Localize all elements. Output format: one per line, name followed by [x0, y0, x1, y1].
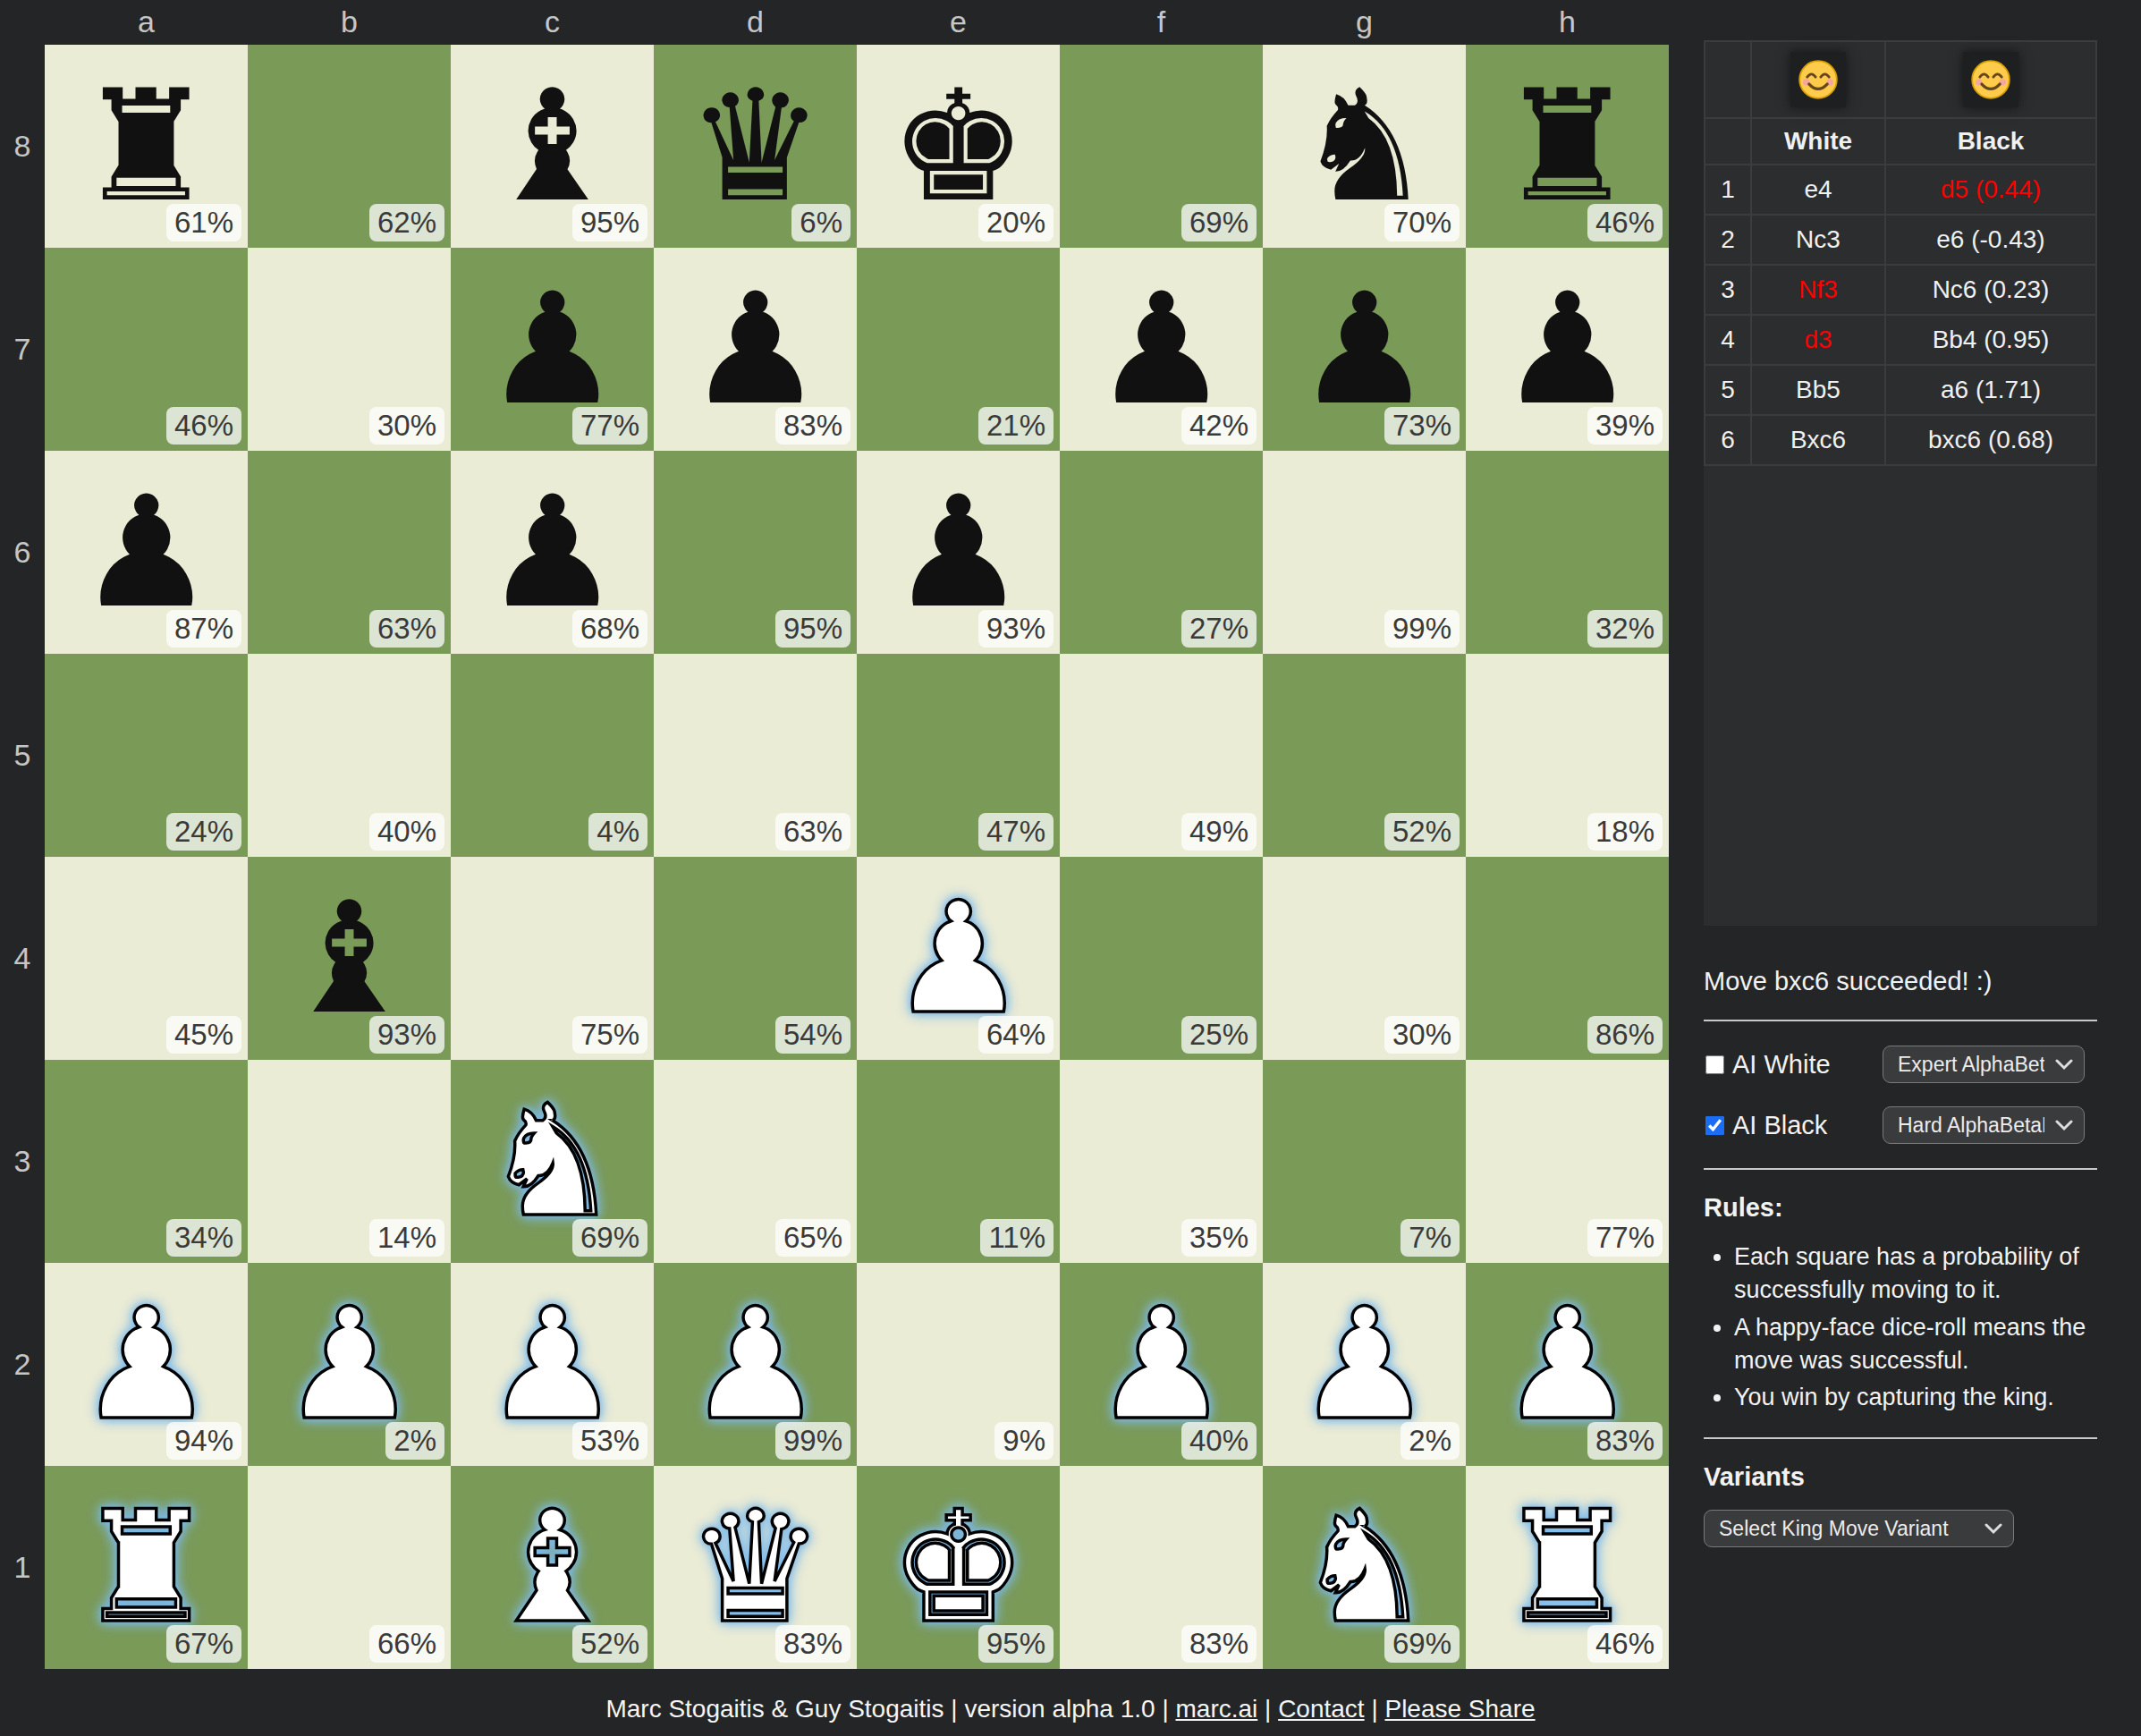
side-panel: White Black 1e4d5 (0.44)2Nc3e6 (-0.43)3N… [1704, 40, 2097, 1547]
square-a5[interactable]: 24% [45, 654, 248, 857]
probability-chip-h7: 39% [1587, 407, 1663, 445]
probability-chip-h5: 18% [1587, 813, 1663, 851]
probability-chip-e5: 47% [978, 813, 1054, 851]
square-a4[interactable]: 45% [45, 857, 248, 1060]
square-d3[interactable]: 65% [654, 1060, 857, 1263]
probability-chip-g2: 2% [1401, 1422, 1460, 1460]
probability-chip-g3: 7% [1401, 1219, 1460, 1257]
probability-chip-b3: 14% [369, 1219, 444, 1257]
probability-chip-f3: 35% [1181, 1219, 1257, 1257]
square-e7[interactable]: 21% [857, 248, 1060, 451]
square-h4[interactable]: 86% [1466, 857, 1669, 1060]
probability-chip-c4: 75% [572, 1016, 647, 1054]
probability-chip-f4: 25% [1181, 1016, 1257, 1054]
footer-credits: Marc Stogaitis & Guy Stogaitis | version… [605, 1695, 1168, 1723]
move-row-4: 4d3Bb4 (0.95) [1705, 315, 2096, 365]
square-h8[interactable]: ♜46% [1466, 45, 1669, 248]
move-black-5: a6 (1.71) [1885, 365, 2096, 415]
footer-link-contact[interactable]: Contact [1278, 1695, 1365, 1723]
square-h5[interactable]: 18% [1466, 654, 1669, 857]
square-h6[interactable]: 32% [1466, 451, 1669, 654]
ai-white-engine-select[interactable]: Expert AlphaBetaEr [1883, 1046, 2085, 1083]
rank-label-6: 6 [0, 451, 45, 654]
rule-item: A happy-face dice-roll means the move wa… [1734, 1311, 2097, 1378]
move-table: White Black 1e4d5 (0.44)2Nc3e6 (-0.43)3N… [1704, 40, 2097, 466]
probability-chip-c2: 53% [572, 1422, 647, 1460]
square-f3[interactable]: 35% [1060, 1060, 1263, 1263]
rules-list: Each square has a probability of success… [1707, 1241, 2097, 1414]
move-number-5: 5 [1705, 365, 1751, 415]
ai-black-row: AI Black Hard AlphaBetaEm [1704, 1105, 2097, 1145]
square-g6[interactable]: 99% [1263, 451, 1466, 654]
probability-chip-b6: 63% [369, 610, 444, 648]
probability-chip-e8: 20% [978, 204, 1054, 241]
square-b3[interactable]: 14% [248, 1060, 451, 1263]
square-a3[interactable]: 34% [45, 1060, 248, 1263]
move-black-6: bxc6 (0.68) [1885, 415, 2096, 465]
probability-chip-d7: 83% [775, 407, 850, 445]
footer-link-please-share[interactable]: Please Share [1384, 1695, 1535, 1723]
variants-section: Variants Select King Move Variant [1704, 1462, 2097, 1547]
square-e5[interactable]: 47% [857, 654, 1060, 857]
probability-chip-a7: 46% [166, 407, 241, 445]
probability-chip-g8: 70% [1384, 204, 1460, 241]
probability-chip-c1: 52% [572, 1625, 647, 1663]
square-c8[interactable]: ♝95% [451, 45, 654, 248]
square-d2[interactable]: ♟99% [654, 1263, 857, 1466]
square-e6[interactable]: ♟93% [857, 451, 1060, 654]
probability-chip-h3: 77% [1587, 1219, 1663, 1257]
square-e2[interactable]: 9% [857, 1263, 1060, 1466]
divider [1704, 1020, 2097, 1021]
probability-chip-c7: 77% [572, 407, 647, 445]
probability-chip-g5: 52% [1384, 813, 1460, 851]
square-e8[interactable]: ♚20% [857, 45, 1060, 248]
rank-labels: 87654321 [0, 45, 45, 1669]
probability-chip-g4: 30% [1384, 1016, 1460, 1054]
file-label-c: c [451, 0, 654, 45]
square-c2[interactable]: ♟53% [451, 1263, 654, 1466]
square-f5[interactable]: 49% [1060, 654, 1263, 857]
square-c7[interactable]: ♟77% [451, 248, 654, 451]
square-c6[interactable]: ♟68% [451, 451, 654, 654]
square-g7[interactable]: ♟73% [1263, 248, 1466, 451]
probability-chip-g1: 69% [1384, 1625, 1460, 1663]
square-a6[interactable]: ♟87% [45, 451, 248, 654]
probability-chip-f5: 49% [1181, 813, 1257, 851]
chess-board[interactable]: ♜61%62%♝95%♛6%♚20%69%♞70%♜46%46%30%♟77%♟… [45, 45, 1669, 1669]
square-d8[interactable]: ♛6% [654, 45, 857, 248]
probability-chip-e4: 64% [978, 1016, 1054, 1054]
move-list-area: White Black 1e4d5 (0.44)2Nc3e6 (-0.43)3N… [1704, 40, 2097, 926]
probability-chip-f8: 69% [1181, 204, 1257, 241]
probability-chip-e7: 21% [978, 407, 1054, 445]
square-b4[interactable]: ♝93% [248, 857, 451, 1060]
move-row-2: 2Nc3e6 (-0.43) [1705, 215, 2096, 265]
square-g3[interactable]: 7% [1263, 1060, 1466, 1263]
square-a8[interactable]: ♜61% [45, 45, 248, 248]
ai-black-checkbox[interactable] [1705, 1116, 1724, 1135]
square-d7[interactable]: ♟83% [654, 248, 857, 451]
square-f4[interactable]: 25% [1060, 857, 1263, 1060]
smiling-face-icon [1970, 59, 2011, 100]
probability-chip-a1: 67% [166, 1625, 241, 1663]
white-column-header: White [1751, 118, 1885, 165]
probability-chip-e6: 93% [978, 610, 1054, 648]
square-d5[interactable]: 63% [654, 654, 857, 857]
square-a2[interactable]: ♟94% [45, 1263, 248, 1466]
probability-chip-a8: 61% [166, 204, 241, 241]
probability-chip-e3: 11% [980, 1219, 1054, 1257]
move-number-4: 4 [1705, 315, 1751, 365]
probability-chip-b8: 62% [369, 204, 444, 241]
square-h7[interactable]: ♟39% [1466, 248, 1669, 451]
move-black-1: d5 (0.44) [1885, 165, 2096, 215]
ai-white-row: AI White Expert AlphaBetaEr [1704, 1045, 2097, 1084]
divider [1704, 1168, 2097, 1170]
probability-chip-f1: 83% [1181, 1625, 1257, 1663]
probability-chip-a6: 87% [166, 610, 241, 648]
probability-chip-e2: 9% [994, 1422, 1054, 1460]
square-h3[interactable]: 77% [1466, 1060, 1669, 1263]
file-label-h: h [1466, 0, 1669, 45]
probability-chip-d3: 65% [775, 1219, 850, 1257]
file-label-g: g [1263, 0, 1466, 45]
square-h1[interactable]: ♜46% [1466, 1466, 1669, 1669]
move-black-2: e6 (-0.43) [1885, 215, 2096, 265]
move-white-1: e4 [1751, 165, 1885, 215]
ai-white-checkbox[interactable] [1705, 1055, 1724, 1074]
probability-chip-d2: 99% [775, 1422, 850, 1460]
file-label-f: f [1060, 0, 1263, 45]
square-c3[interactable]: ♞69% [451, 1060, 654, 1263]
rule-item: You win by capturing the king. [1734, 1381, 2097, 1414]
variant-select[interactable]: Select King Move Variant [1704, 1510, 2014, 1547]
square-d6[interactable]: 95% [654, 451, 857, 654]
probability-chip-f2: 40% [1181, 1422, 1257, 1460]
black-dice-tile [1963, 52, 2018, 107]
rank-label-3: 3 [0, 1060, 45, 1263]
footer: Marc Stogaitis & Guy Stogaitis | version… [0, 1695, 2141, 1723]
probability-chip-a4: 45% [166, 1016, 241, 1054]
probability-chip-g6: 99% [1384, 610, 1460, 648]
probability-chip-a2: 94% [166, 1422, 241, 1460]
variants-heading: Variants [1704, 1462, 2097, 1492]
footer-link-marc.ai[interactable]: marc.ai [1175, 1695, 1257, 1723]
square-g4[interactable]: 30% [1263, 857, 1466, 1060]
rule-item: Each square has a probability of success… [1734, 1241, 2097, 1308]
divider [1704, 1437, 2097, 1439]
ai-black-label: AI Black [1732, 1111, 1827, 1140]
probability-chip-b1: 66% [369, 1625, 444, 1663]
probability-chip-h2: 83% [1587, 1422, 1663, 1460]
square-c1[interactable]: ♝52% [451, 1466, 654, 1669]
probability-chip-f7: 42% [1181, 407, 1257, 445]
probability-chip-e1: 95% [978, 1625, 1054, 1663]
probability-chip-c5: 4% [588, 813, 647, 851]
probability-chip-h6: 32% [1587, 610, 1663, 648]
probability-chip-d4: 54% [775, 1016, 850, 1054]
probability-chip-a3: 34% [166, 1219, 241, 1257]
move-white-6: Bxc6 [1751, 415, 1885, 465]
smiling-face-icon [1798, 59, 1839, 100]
square-c5[interactable]: 4% [451, 654, 654, 857]
square-d1[interactable]: ♛83% [654, 1466, 857, 1669]
probability-chip-h8: 46% [1587, 204, 1663, 241]
square-a7[interactable]: 46% [45, 248, 248, 451]
file-label-a: a [45, 0, 248, 45]
file-label-b: b [248, 0, 451, 45]
square-f1[interactable]: 83% [1060, 1466, 1263, 1669]
probability-chip-b5: 40% [369, 813, 444, 851]
move-table-header: White Black [1705, 118, 2096, 165]
move-number-1: 1 [1705, 165, 1751, 215]
rules-heading: Rules: [1704, 1193, 2097, 1223]
move-row-1: 1e4d5 (0.44) [1705, 165, 2096, 215]
square-b1[interactable]: 66% [248, 1466, 451, 1669]
square-g1[interactable]: ♞69% [1263, 1466, 1466, 1669]
move-white-2: Nc3 [1751, 215, 1885, 265]
square-e4[interactable]: ♟64% [857, 857, 1060, 1060]
probability-chip-b4: 93% [369, 1016, 444, 1054]
move-white-3: Nf3 [1751, 265, 1885, 315]
rank-label-4: 4 [0, 857, 45, 1060]
probability-chip-d6: 95% [775, 610, 850, 648]
rank-label-1: 1 [0, 1466, 45, 1669]
status-message: Move bxc6 succeeded! :) [1704, 967, 2097, 996]
black-column-header: Black [1885, 118, 2096, 165]
probability-chip-d1: 83% [775, 1625, 850, 1663]
square-f6[interactable]: 27% [1060, 451, 1263, 654]
file-labels: abcdefgh [45, 0, 1669, 45]
square-g8[interactable]: ♞70% [1263, 45, 1466, 248]
probability-chip-h1: 46% [1587, 1625, 1663, 1663]
square-b5[interactable]: 40% [248, 654, 451, 857]
file-label-e: e [857, 0, 1060, 45]
probability-chip-c8: 95% [572, 204, 647, 241]
square-g5[interactable]: 52% [1263, 654, 1466, 857]
probability-chip-d5: 63% [775, 813, 850, 851]
square-d4[interactable]: 54% [654, 857, 857, 1060]
move-row-3: 3Nf3Nc6 (0.23) [1705, 265, 2096, 315]
probability-chip-b7: 30% [369, 407, 444, 445]
square-c4[interactable]: 75% [451, 857, 654, 1060]
rank-label-8: 8 [0, 45, 45, 248]
square-e1[interactable]: ♚95% [857, 1466, 1060, 1669]
move-number-3: 3 [1705, 265, 1751, 315]
ai-white-label: AI White [1732, 1050, 1831, 1080]
probability-chip-c3: 69% [572, 1219, 647, 1257]
square-f8[interactable]: 69% [1060, 45, 1263, 248]
white-dice-tile [1790, 52, 1846, 107]
square-f2[interactable]: ♟40% [1060, 1263, 1263, 1466]
move-row-5: 5Bb5a6 (1.71) [1705, 365, 2096, 415]
probability-chip-f6: 27% [1181, 610, 1257, 648]
square-g2[interactable]: ♟2% [1263, 1263, 1466, 1466]
probability-chip-b2: 2% [385, 1422, 444, 1460]
square-e3[interactable]: 11% [857, 1060, 1060, 1263]
ai-black-engine-select[interactable]: Hard AlphaBetaEm [1883, 1106, 2085, 1144]
square-b7[interactable]: 30% [248, 248, 451, 451]
square-b8[interactable]: 62% [248, 45, 451, 248]
square-f7[interactable]: ♟42% [1060, 248, 1263, 451]
square-h2[interactable]: ♟83% [1466, 1263, 1669, 1466]
probability-chip-d8: 6% [791, 204, 850, 241]
rank-label-2: 2 [0, 1263, 45, 1466]
dice-row [1705, 41, 2096, 118]
move-white-5: Bb5 [1751, 365, 1885, 415]
square-b6[interactable]: 63% [248, 451, 451, 654]
square-b2[interactable]: ♟2% [248, 1263, 451, 1466]
move-white-4: d3 [1751, 315, 1885, 365]
probability-chip-h4: 86% [1587, 1016, 1663, 1054]
rank-label-5: 5 [0, 654, 45, 857]
probability-chip-g7: 73% [1384, 407, 1460, 445]
move-number-2: 2 [1705, 215, 1751, 265]
move-row-6: 6Bxc6bxc6 (0.68) [1705, 415, 2096, 465]
move-black-4: Bb4 (0.95) [1885, 315, 2096, 365]
probability-chip-c6: 68% [572, 610, 647, 648]
probability-chip-a5: 24% [166, 813, 241, 851]
move-number-6: 6 [1705, 415, 1751, 465]
rank-label-7: 7 [0, 248, 45, 451]
square-a1[interactable]: ♜67% [45, 1466, 248, 1669]
move-black-3: Nc6 (0.23) [1885, 265, 2096, 315]
file-label-d: d [654, 0, 857, 45]
